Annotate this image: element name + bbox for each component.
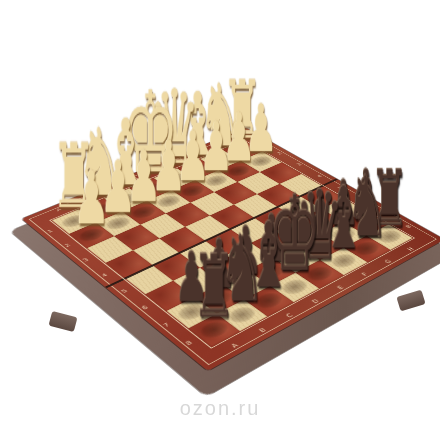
board-foot-right	[396, 290, 425, 312]
board-foot-left	[49, 311, 78, 332]
watermark: ozon.ru	[180, 397, 261, 420]
board-frame: ABCDEFGH ABCDEFGH 12345678 12345678 ♜♞♝♚…	[22, 128, 440, 371]
white-pawn: ♟	[73, 162, 110, 235]
pieces-layer: ♜♞♝♚♛♝♞♜♟♟♟♟♟♟♟♟♟♟♟♟♟♟♟♟♜♞♝♚♛♝♞♜	[52, 141, 413, 347]
chess-board: ABCDEFGH ABCDEFGH 12345678 12345678 ♜♞♝♚…	[22, 128, 440, 371]
black-rook: ♜	[192, 244, 236, 330]
